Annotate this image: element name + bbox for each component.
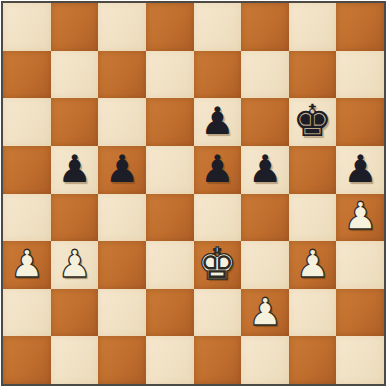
square-a4[interactable] [3, 194, 51, 242]
square-g4[interactable] [289, 194, 337, 242]
square-f1[interactable] [241, 336, 289, 384]
square-c2[interactable] [98, 289, 146, 337]
square-d8[interactable] [146, 3, 194, 51]
square-c8[interactable] [98, 3, 146, 51]
square-e5[interactable]: ♟ [194, 146, 242, 194]
square-f2[interactable]: ♟ [241, 289, 289, 337]
square-e7[interactable] [194, 51, 242, 99]
square-g8[interactable] [289, 3, 337, 51]
square-b5[interactable]: ♟ [51, 146, 99, 194]
white-pawn[interactable]: ♟ [57, 245, 91, 283]
square-c3[interactable] [98, 241, 146, 289]
square-h2[interactable] [336, 289, 384, 337]
square-c7[interactable] [98, 51, 146, 99]
square-b8[interactable] [51, 3, 99, 51]
white-pawn[interactable]: ♟ [343, 197, 377, 235]
white-pawn[interactable]: ♟ [10, 245, 44, 283]
square-f8[interactable] [241, 3, 289, 51]
black-pawn[interactable]: ♟ [343, 150, 377, 188]
square-b4[interactable] [51, 194, 99, 242]
square-e8[interactable] [194, 3, 242, 51]
black-pawn[interactable]: ♟ [200, 150, 234, 188]
square-b6[interactable] [51, 98, 99, 146]
black-pawn[interactable]: ♟ [248, 150, 282, 188]
square-c6[interactable] [98, 98, 146, 146]
square-b1[interactable] [51, 336, 99, 384]
square-b7[interactable] [51, 51, 99, 99]
white-pawn[interactable]: ♟ [296, 245, 330, 283]
square-f6[interactable] [241, 98, 289, 146]
square-c4[interactable] [98, 194, 146, 242]
square-d4[interactable] [146, 194, 194, 242]
square-h1[interactable] [336, 336, 384, 384]
chessboard-frame: ♟♚♟♟♟♟♟♟♟♟♚♟♟ [1, 1, 386, 386]
square-a6[interactable] [3, 98, 51, 146]
square-e1[interactable] [194, 336, 242, 384]
square-a2[interactable] [3, 289, 51, 337]
square-f7[interactable] [241, 51, 289, 99]
chessboard: ♟♚♟♟♟♟♟♟♟♟♚♟♟ [3, 3, 384, 384]
square-g3[interactable]: ♟ [289, 241, 337, 289]
square-g7[interactable] [289, 51, 337, 99]
square-f5[interactable]: ♟ [241, 146, 289, 194]
black-pawn[interactable]: ♟ [57, 150, 91, 188]
square-e2[interactable] [194, 289, 242, 337]
square-e4[interactable] [194, 194, 242, 242]
square-d7[interactable] [146, 51, 194, 99]
square-d6[interactable] [146, 98, 194, 146]
square-f3[interactable] [241, 241, 289, 289]
black-king[interactable]: ♚ [293, 99, 332, 143]
square-h8[interactable] [336, 3, 384, 51]
square-h4[interactable]: ♟ [336, 194, 384, 242]
square-a7[interactable] [3, 51, 51, 99]
square-a3[interactable]: ♟ [3, 241, 51, 289]
black-pawn[interactable]: ♟ [105, 150, 139, 188]
square-b2[interactable] [51, 289, 99, 337]
square-h7[interactable] [336, 51, 384, 99]
square-d5[interactable] [146, 146, 194, 194]
square-d1[interactable] [146, 336, 194, 384]
square-a1[interactable] [3, 336, 51, 384]
white-king[interactable]: ♚ [198, 242, 237, 286]
square-g5[interactable] [289, 146, 337, 194]
square-d2[interactable] [146, 289, 194, 337]
square-g2[interactable] [289, 289, 337, 337]
black-pawn[interactable]: ♟ [200, 102, 234, 140]
square-a8[interactable] [3, 3, 51, 51]
square-h3[interactable] [336, 241, 384, 289]
white-pawn[interactable]: ♟ [248, 293, 282, 331]
square-g6[interactable]: ♚ [289, 98, 337, 146]
square-c1[interactable] [98, 336, 146, 384]
square-g1[interactable] [289, 336, 337, 384]
square-h6[interactable] [336, 98, 384, 146]
square-h5[interactable]: ♟ [336, 146, 384, 194]
square-e3[interactable]: ♚ [194, 241, 242, 289]
square-e6[interactable]: ♟ [194, 98, 242, 146]
square-c5[interactable]: ♟ [98, 146, 146, 194]
square-a5[interactable] [3, 146, 51, 194]
square-f4[interactable] [241, 194, 289, 242]
square-b3[interactable]: ♟ [51, 241, 99, 289]
square-d3[interactable] [146, 241, 194, 289]
